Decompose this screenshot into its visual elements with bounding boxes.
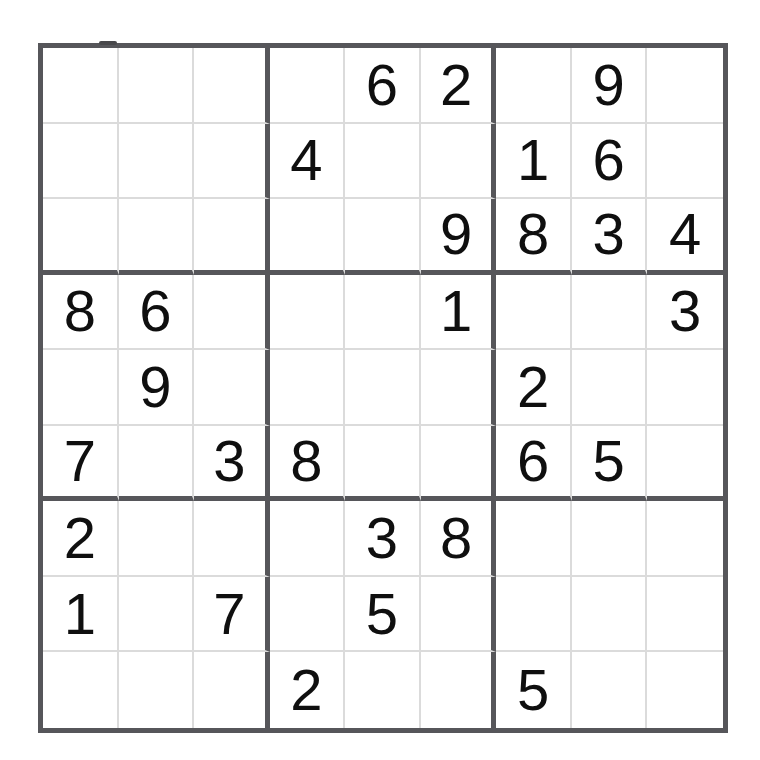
cell-r9c2[interactable]	[119, 652, 195, 728]
given-digit: 3	[669, 282, 701, 340]
cell-r1c3[interactable]	[194, 48, 270, 124]
cell-r6c6[interactable]	[421, 426, 497, 502]
given-digit: 7	[64, 432, 96, 490]
given-digit: 6	[366, 56, 398, 114]
given-digit: 8	[517, 205, 549, 263]
cell-r9c7[interactable]: 5	[496, 652, 572, 728]
cell-r3c9[interactable]: 4	[647, 199, 723, 275]
given-digit: 8	[440, 509, 472, 567]
cell-r1c9[interactable]	[647, 48, 723, 124]
cell-r5c5[interactable]	[345, 350, 421, 426]
cell-r2c4[interactable]: 4	[270, 124, 346, 200]
cell-r2c7[interactable]: 1	[496, 124, 572, 200]
given-digit: 9	[593, 56, 625, 114]
cell-r3c2[interactable]	[119, 199, 195, 275]
given-digit: 2	[64, 509, 96, 567]
cell-r4c6[interactable]: 1	[421, 275, 497, 351]
cell-r9c6[interactable]	[421, 652, 497, 728]
cell-r3c7[interactable]: 8	[496, 199, 572, 275]
cell-r4c4[interactable]	[270, 275, 346, 351]
cell-r2c3[interactable]	[194, 124, 270, 200]
cell-r6c8[interactable]: 5	[572, 426, 648, 502]
cell-r1c7[interactable]	[496, 48, 572, 124]
cell-r6c5[interactable]	[345, 426, 421, 502]
given-digit: 7	[213, 585, 245, 643]
given-digit: 8	[290, 432, 322, 490]
cell-r6c1[interactable]: 7	[43, 426, 119, 502]
cell-r8c7[interactable]	[496, 577, 572, 653]
cell-r9c3[interactable]	[194, 652, 270, 728]
cell-r4c5[interactable]	[345, 275, 421, 351]
given-digit: 6	[593, 131, 625, 189]
cell-r6c9[interactable]	[647, 426, 723, 502]
cell-r3c5[interactable]	[345, 199, 421, 275]
sudoku-board: 62941698348613927386523817525	[38, 43, 728, 733]
cell-r9c4[interactable]: 2	[270, 652, 346, 728]
cell-r6c2[interactable]	[119, 426, 195, 502]
cell-r3c3[interactable]	[194, 199, 270, 275]
given-digit: 1	[440, 282, 472, 340]
given-digit: 2	[290, 661, 322, 719]
cell-r4c2[interactable]: 6	[119, 275, 195, 351]
cell-r2c9[interactable]	[647, 124, 723, 200]
cell-r8c5[interactable]: 5	[345, 577, 421, 653]
cell-r8c2[interactable]	[119, 577, 195, 653]
cell-r6c7[interactable]: 6	[496, 426, 572, 502]
cell-r7c8[interactable]	[572, 501, 648, 577]
cell-r3c8[interactable]: 3	[572, 199, 648, 275]
cell-r5c8[interactable]	[572, 350, 648, 426]
cell-r7c6[interactable]: 8	[421, 501, 497, 577]
cell-r9c9[interactable]	[647, 652, 723, 728]
cell-r4c9[interactable]: 3	[647, 275, 723, 351]
cell-r1c4[interactable]	[270, 48, 346, 124]
cell-r1c5[interactable]: 6	[345, 48, 421, 124]
cell-r8c3[interactable]: 7	[194, 577, 270, 653]
border-smudge-mark	[99, 41, 117, 45]
cell-r8c1[interactable]: 1	[43, 577, 119, 653]
cell-r1c2[interactable]	[119, 48, 195, 124]
cell-r9c8[interactable]	[572, 652, 648, 728]
cell-r8c6[interactable]	[421, 577, 497, 653]
given-digit: 6	[517, 432, 549, 490]
given-digit: 9	[139, 358, 171, 416]
given-digit: 3	[593, 205, 625, 263]
given-digit: 9	[440, 205, 472, 263]
cell-r5c9[interactable]	[647, 350, 723, 426]
cell-r4c3[interactable]	[194, 275, 270, 351]
cell-r7c5[interactable]: 3	[345, 501, 421, 577]
cell-r3c1[interactable]	[43, 199, 119, 275]
cell-r2c6[interactable]	[421, 124, 497, 200]
cell-r1c6[interactable]: 2	[421, 48, 497, 124]
given-digit: 1	[517, 131, 549, 189]
given-digit: 3	[366, 509, 398, 567]
cell-r5c2[interactable]: 9	[119, 350, 195, 426]
cell-r2c1[interactable]	[43, 124, 119, 200]
cell-r5c1[interactable]	[43, 350, 119, 426]
cell-r1c8[interactable]: 9	[572, 48, 648, 124]
given-digit: 6	[139, 282, 171, 340]
cell-r7c4[interactable]	[270, 501, 346, 577]
cell-r9c1[interactable]	[43, 652, 119, 728]
given-digit: 5	[517, 661, 549, 719]
cell-r2c2[interactable]	[119, 124, 195, 200]
cell-r9c5[interactable]	[345, 652, 421, 728]
cell-r7c1[interactable]: 2	[43, 501, 119, 577]
cell-r7c7[interactable]	[496, 501, 572, 577]
cell-r5c4[interactable]	[270, 350, 346, 426]
given-digit: 5	[593, 432, 625, 490]
cell-r5c6[interactable]	[421, 350, 497, 426]
given-digit: 1	[64, 585, 96, 643]
cell-r8c4[interactable]	[270, 577, 346, 653]
given-digit: 5	[366, 585, 398, 643]
cell-r4c1[interactable]: 8	[43, 275, 119, 351]
cell-r8c8[interactable]	[572, 577, 648, 653]
given-digit: 4	[669, 205, 701, 263]
given-digit: 2	[517, 358, 549, 416]
cell-r7c2[interactable]	[119, 501, 195, 577]
cell-r4c8[interactable]	[572, 275, 648, 351]
given-digit: 8	[64, 282, 96, 340]
given-digit: 2	[440, 56, 472, 114]
cell-r3c4[interactable]	[270, 199, 346, 275]
cell-r2c5[interactable]	[345, 124, 421, 200]
cell-r6c3[interactable]: 3	[194, 426, 270, 502]
cell-r5c7[interactable]: 2	[496, 350, 572, 426]
cell-r7c3[interactable]	[194, 501, 270, 577]
cell-r4c7[interactable]	[496, 275, 572, 351]
cell-r7c9[interactable]	[647, 501, 723, 577]
cell-r3c6[interactable]: 9	[421, 199, 497, 275]
cell-r5c3[interactable]	[194, 350, 270, 426]
cell-r8c9[interactable]	[647, 577, 723, 653]
cell-r1c1[interactable]	[43, 48, 119, 124]
given-digit: 3	[213, 432, 245, 490]
cell-r6c4[interactable]: 8	[270, 426, 346, 502]
cell-r2c8[interactable]: 6	[572, 124, 648, 200]
given-digit: 4	[290, 131, 322, 189]
